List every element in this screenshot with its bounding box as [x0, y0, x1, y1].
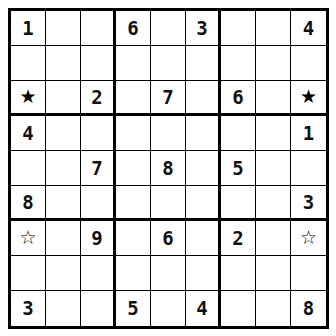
cell-r3c8[interactable]	[256, 81, 291, 116]
cell-r2c2[interactable]	[46, 46, 81, 81]
cell-r8c8[interactable]	[256, 256, 291, 291]
cell-r2c7[interactable]	[221, 46, 256, 81]
cell-r5c3[interactable]: 7	[81, 151, 116, 186]
cell-r2c1[interactable]	[11, 46, 46, 81]
cell-r3c2[interactable]	[46, 81, 81, 116]
given-digit: 2	[232, 229, 243, 248]
given-digit: 3	[303, 193, 314, 212]
cell-r8c5[interactable]	[151, 256, 186, 291]
given-digit: 1	[22, 19, 33, 38]
cell-r1c8[interactable]	[256, 11, 291, 46]
given-digit: 6	[232, 88, 243, 107]
cell-r6c6[interactable]	[186, 186, 221, 221]
cell-r7c3[interactable]: 9	[81, 221, 116, 256]
cell-r2c4[interactable]	[116, 46, 151, 81]
cell-r1c2[interactable]	[46, 11, 81, 46]
cell-r9c5[interactable]	[151, 291, 186, 326]
cell-r9c9[interactable]: 8	[291, 291, 326, 326]
given-digit: 8	[22, 193, 33, 212]
cell-r4c2[interactable]	[46, 116, 81, 151]
cell-r7c2[interactable]	[46, 221, 81, 256]
cell-r6c4[interactable]	[116, 186, 151, 221]
cell-r5c1[interactable]	[11, 151, 46, 186]
cell-r4c8[interactable]	[256, 116, 291, 151]
cell-r6c7[interactable]	[221, 186, 256, 221]
cell-r6c8[interactable]	[256, 186, 291, 221]
cell-r9c1[interactable]: 3	[11, 291, 46, 326]
cell-r4c3[interactable]	[81, 116, 116, 151]
cell-r9c3[interactable]	[81, 291, 116, 326]
cell-r8c1[interactable]	[11, 256, 46, 291]
cell-r1c1[interactable]: 1	[11, 11, 46, 46]
given-digit: 9	[91, 229, 102, 248]
cell-r2c9[interactable]	[291, 46, 326, 81]
cell-r7c9[interactable]: ☆	[291, 221, 326, 256]
given-digit: 7	[162, 88, 173, 107]
cell-r5c7[interactable]: 5	[221, 151, 256, 186]
given-digit: 5	[127, 299, 138, 318]
cell-r9c6[interactable]: 4	[186, 291, 221, 326]
cell-r4c4[interactable]	[116, 116, 151, 151]
cell-r9c2[interactable]	[46, 291, 81, 326]
cell-r3c5[interactable]: 7	[151, 81, 186, 116]
cell-r3c1[interactable]: ★	[11, 81, 46, 116]
cell-r5c4[interactable]	[116, 151, 151, 186]
filled-star-icon: ★	[19, 87, 36, 107]
cell-r1c3[interactable]	[81, 11, 116, 46]
cell-r8c7[interactable]	[221, 256, 256, 291]
cell-r1c7[interactable]	[221, 11, 256, 46]
cell-r5c8[interactable]	[256, 151, 291, 186]
given-digit: 8	[303, 299, 314, 318]
cell-r6c1[interactable]: 8	[11, 186, 46, 221]
cell-r7c5[interactable]: 6	[151, 221, 186, 256]
cell-r8c6[interactable]	[186, 256, 221, 291]
cell-r1c9[interactable]: 4	[291, 11, 326, 46]
cell-r1c4[interactable]: 6	[116, 11, 151, 46]
open-star-icon: ☆	[300, 228, 317, 248]
cell-r4c7[interactable]	[221, 116, 256, 151]
cell-r7c1[interactable]: ☆	[11, 221, 46, 256]
cell-r3c3[interactable]: 2	[81, 81, 116, 116]
cell-r9c4[interactable]: 5	[116, 291, 151, 326]
given-digit: 2	[91, 88, 102, 107]
cell-r7c8[interactable]	[256, 221, 291, 256]
sudoku-grid: 1634★276★4178583☆962☆3548	[11, 11, 326, 326]
cell-r3c7[interactable]: 6	[221, 81, 256, 116]
cell-r4c6[interactable]	[186, 116, 221, 151]
cell-r2c5[interactable]	[151, 46, 186, 81]
given-digit: 1	[303, 124, 314, 143]
cell-r6c3[interactable]	[81, 186, 116, 221]
cell-r6c9[interactable]: 3	[291, 186, 326, 221]
cell-r2c3[interactable]	[81, 46, 116, 81]
filled-star-icon: ★	[300, 87, 317, 107]
cell-r5c9[interactable]	[291, 151, 326, 186]
cell-r1c6[interactable]: 3	[186, 11, 221, 46]
cell-r4c9[interactable]: 1	[291, 116, 326, 151]
given-digit: 4	[196, 299, 207, 318]
cell-r7c6[interactable]	[186, 221, 221, 256]
cell-r3c9[interactable]: ★	[291, 81, 326, 116]
cell-r7c7[interactable]: 2	[221, 221, 256, 256]
sudoku-board: 1634★276★4178583☆962☆3548	[8, 8, 329, 329]
given-digit: 4	[22, 124, 33, 143]
cell-r2c6[interactable]	[186, 46, 221, 81]
cell-r8c3[interactable]	[81, 256, 116, 291]
cell-r4c5[interactable]	[151, 116, 186, 151]
cell-r7c4[interactable]	[116, 221, 151, 256]
cell-r9c7[interactable]	[221, 291, 256, 326]
given-digit: 3	[22, 299, 33, 318]
given-digit: 6	[127, 19, 138, 38]
cell-r1c5[interactable]	[151, 11, 186, 46]
cell-r5c6[interactable]	[186, 151, 221, 186]
given-digit: 6	[162, 229, 173, 248]
cell-r8c4[interactable]	[116, 256, 151, 291]
cell-r5c5[interactable]: 8	[151, 151, 186, 186]
cell-r3c6[interactable]	[186, 81, 221, 116]
given-digit: 3	[196, 19, 207, 38]
cell-r8c9[interactable]	[291, 256, 326, 291]
cell-r8c2[interactable]	[46, 256, 81, 291]
cell-r2c8[interactable]	[256, 46, 291, 81]
cell-r5c2[interactable]	[46, 151, 81, 186]
given-digit: 7	[91, 159, 102, 178]
given-digit: 4	[303, 19, 314, 38]
cell-r4c1[interactable]: 4	[11, 116, 46, 151]
cell-r3c4[interactable]	[116, 81, 151, 116]
cell-r9c8[interactable]	[256, 291, 291, 326]
given-digit: 5	[232, 159, 243, 178]
cell-r6c5[interactable]	[151, 186, 186, 221]
given-digit: 8	[162, 159, 173, 178]
cell-r6c2[interactable]	[46, 186, 81, 221]
open-star-icon: ☆	[19, 228, 36, 248]
